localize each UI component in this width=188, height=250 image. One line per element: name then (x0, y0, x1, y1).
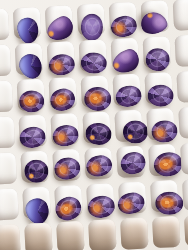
gemstone-table-facet (121, 193, 141, 211)
gemstone-table-facet (159, 194, 178, 211)
tray-compartment (17, 79, 46, 111)
tray-compartment (0, 152, 17, 184)
gemstone-table-facet (149, 51, 166, 68)
gemstone (52, 155, 81, 181)
tray-compartment (15, 43, 44, 75)
gemstone (109, 46, 141, 75)
tray-compartment (146, 108, 175, 140)
tray-compartment (141, 0, 170, 32)
gemstone (15, 50, 46, 82)
gemstone-table-facet (55, 126, 75, 144)
tray-compartment (18, 115, 47, 147)
tray-compartment (20, 151, 49, 183)
gemstone-table-facet (88, 90, 106, 107)
gemstone (147, 84, 174, 107)
gemstone (109, 13, 139, 39)
gemstone-table-facet (157, 154, 179, 174)
gemstone (43, 13, 76, 44)
gemstone-table-facet (57, 159, 76, 177)
gemstone-table-facet (28, 162, 45, 179)
tray-compartment (148, 144, 177, 176)
tray-compartment (111, 38, 140, 70)
gemstone-table-facet (155, 122, 174, 139)
gemstone (80, 13, 102, 40)
tray-compartment (120, 218, 149, 250)
gemstone-table-facet (57, 197, 79, 218)
tray-compartment (184, 214, 188, 246)
tray-compartment (88, 219, 117, 250)
gemstone (84, 152, 114, 178)
gemstone (154, 191, 183, 215)
gemstone-table-facet (91, 197, 111, 214)
tray-compartment (13, 7, 42, 39)
tray-compartment (54, 185, 83, 217)
tray-compartment (152, 216, 181, 248)
gemstone (113, 83, 143, 109)
gemstone (115, 190, 146, 217)
gemstone (51, 192, 84, 223)
tray-compartment (116, 146, 145, 178)
tray-compartment (112, 74, 141, 106)
gemstone (18, 125, 47, 149)
tray-compartment (52, 149, 81, 181)
tray-compartment (174, 34, 188, 66)
photo-canvas (0, 0, 188, 250)
gemstone-table-facet (84, 17, 99, 35)
gemstone-table-facet (84, 54, 102, 70)
tray-compartment (47, 41, 76, 73)
gemstone-table-facet (52, 89, 72, 109)
gemstone (50, 122, 80, 148)
tray-compartment (180, 142, 188, 174)
gemstone (83, 86, 111, 111)
tray-compartment (176, 70, 188, 102)
gemstone (47, 85, 78, 114)
tray-compartment (182, 178, 188, 210)
gemstone-table-facet (23, 93, 40, 109)
tray-compartment (150, 180, 179, 212)
gemstone-table-facet (89, 156, 109, 174)
gemstone (79, 51, 107, 74)
tray-compartment (77, 3, 106, 35)
gemstone (14, 15, 40, 45)
gemstone-table-facet (114, 17, 134, 35)
tray-compartment (173, 0, 188, 31)
gemstone (47, 52, 76, 76)
gemstone-table-facet (123, 153, 143, 172)
tray-compartment (143, 36, 172, 68)
tray-compartment (178, 106, 188, 138)
gemstone (86, 194, 116, 220)
gemstone-table-facet (151, 87, 169, 103)
gemstone-table-facet (89, 125, 108, 142)
tray-compartment (84, 147, 113, 179)
tray-compartment (144, 72, 173, 104)
gemstone (22, 195, 52, 227)
gemstone (137, 8, 169, 37)
gemstone-table-facet (23, 128, 42, 145)
tray-compartment (45, 5, 74, 37)
tray-compartment (82, 111, 111, 143)
gemstone (122, 119, 148, 143)
gemstone-table-facet (52, 56, 71, 73)
tray-compartment (0, 188, 19, 220)
gemstone (145, 47, 170, 71)
storage-tray (0, 0, 188, 250)
gemstone (18, 89, 44, 112)
tray-compartment (0, 224, 21, 250)
tray-compartment (0, 9, 9, 41)
tray-compartment (86, 183, 115, 215)
tray-compartment (109, 2, 138, 34)
gemstone (84, 121, 112, 146)
gemstone (23, 159, 48, 183)
tray-compartment (50, 113, 79, 145)
gemstone-table-facet (127, 123, 144, 140)
tray-compartment (0, 44, 11, 76)
gemstone (118, 149, 148, 177)
tray-compartment (79, 39, 108, 71)
tray-compartment (56, 221, 85, 250)
tray-compartment (24, 223, 53, 250)
tray-compartment (80, 75, 109, 107)
gemstone (150, 118, 179, 143)
tray-compartment (49, 77, 78, 109)
tray-compartment (114, 110, 143, 142)
gemstone (151, 149, 184, 178)
tray-compartment (22, 187, 51, 219)
tray-compartment (0, 116, 15, 148)
gemstone-table-facet (118, 86, 138, 104)
tray-compartment (118, 182, 147, 214)
tray-compartment (0, 80, 13, 112)
